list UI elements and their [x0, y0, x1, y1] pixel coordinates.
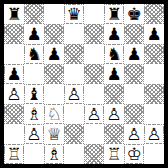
white-pawn-piece: ♙ — [5, 85, 23, 103]
square-c5[interactable] — [44, 64, 64, 84]
square-f3[interactable]: ♙ — [104, 104, 124, 124]
square-d3[interactable] — [64, 104, 84, 124]
black-pawn-piece: ♟ — [45, 45, 63, 63]
square-d4[interactable]: ♙ — [64, 84, 84, 104]
black-pawn-piece: ♟ — [5, 65, 23, 83]
black-pawn-piece: ♟ — [105, 25, 123, 43]
square-a7[interactable] — [4, 24, 24, 44]
square-a2[interactable] — [4, 124, 24, 144]
square-f1[interactable]: ♖ — [104, 144, 124, 164]
square-h8[interactable] — [144, 4, 164, 24]
square-g2[interactable]: ♙ — [124, 124, 144, 144]
square-g4[interactable] — [124, 84, 144, 104]
square-h1[interactable] — [144, 144, 164, 164]
square-a3[interactable] — [4, 104, 24, 124]
white-bishop-piece: ♗ — [25, 105, 43, 123]
square-h5[interactable] — [144, 64, 164, 84]
chess-diagram: ♜♛♜♚♟♟♟♞♟♞♟♟♟♙♝♙♗♘♙♙♙♕♙♙♖♗♖♔ — [0, 0, 168, 168]
square-d8[interactable]: ♛ — [64, 4, 84, 24]
black-knight-piece: ♞ — [25, 45, 43, 63]
white-pawn-piece: ♙ — [145, 125, 163, 143]
square-d1[interactable] — [64, 144, 84, 164]
black-pawn-piece: ♟ — [125, 45, 143, 63]
square-f5[interactable]: ♟ — [104, 64, 124, 84]
square-f2[interactable] — [104, 124, 124, 144]
square-e6[interactable] — [84, 44, 104, 64]
square-b8[interactable] — [24, 4, 44, 24]
white-pawn-piece: ♙ — [105, 105, 123, 123]
square-b1[interactable] — [24, 144, 44, 164]
black-pawn-piece: ♟ — [25, 25, 43, 43]
black-pawn-piece: ♟ — [145, 25, 163, 43]
square-a6[interactable] — [4, 44, 24, 64]
square-g8[interactable]: ♚ — [124, 4, 144, 24]
square-e5[interactable] — [84, 64, 104, 84]
square-e4[interactable] — [84, 84, 104, 104]
square-f4[interactable] — [104, 84, 124, 104]
square-d6[interactable] — [64, 44, 84, 64]
square-d7[interactable] — [64, 24, 84, 44]
square-g6[interactable]: ♟ — [124, 44, 144, 64]
white-pawn-piece: ♙ — [85, 105, 103, 123]
black-king-piece: ♚ — [125, 5, 143, 23]
square-g7[interactable] — [124, 24, 144, 44]
square-g5[interactable] — [124, 64, 144, 84]
black-queen-piece: ♛ — [65, 5, 83, 23]
square-e2[interactable] — [84, 124, 104, 144]
white-pawn-piece: ♙ — [125, 125, 143, 143]
square-d2[interactable] — [64, 124, 84, 144]
square-a8[interactable]: ♜ — [4, 4, 24, 24]
square-c6[interactable]: ♟ — [44, 44, 64, 64]
square-f8[interactable]: ♜ — [104, 4, 124, 24]
square-b3[interactable]: ♗ — [24, 104, 44, 124]
square-c8[interactable] — [44, 4, 64, 24]
square-b2[interactable]: ♙ — [24, 124, 44, 144]
square-c4[interactable] — [44, 84, 64, 104]
white-knight-piece: ♘ — [45, 105, 63, 123]
square-b6[interactable]: ♞ — [24, 44, 44, 64]
square-c1[interactable]: ♗ — [44, 144, 64, 164]
square-h4[interactable] — [144, 84, 164, 104]
square-h6[interactable] — [144, 44, 164, 64]
chess-board: ♜♛♜♚♟♟♟♞♟♞♟♟♟♙♝♙♗♘♙♙♙♕♙♙♖♗♖♔ — [0, 0, 168, 168]
square-c2[interactable]: ♕ — [44, 124, 64, 144]
square-a1[interactable]: ♖ — [4, 144, 24, 164]
square-h3[interactable] — [144, 104, 164, 124]
square-e7[interactable] — [84, 24, 104, 44]
square-b4[interactable]: ♝ — [24, 84, 44, 104]
square-h2[interactable]: ♙ — [144, 124, 164, 144]
square-e1[interactable] — [84, 144, 104, 164]
square-c7[interactable] — [44, 24, 64, 44]
square-g1[interactable]: ♔ — [124, 144, 144, 164]
white-bishop-piece: ♗ — [45, 145, 63, 163]
square-e3[interactable]: ♙ — [84, 104, 104, 124]
white-rook-piece: ♖ — [105, 145, 123, 163]
black-rook-piece: ♜ — [105, 5, 123, 23]
square-f7[interactable]: ♟ — [104, 24, 124, 44]
black-bishop-piece: ♝ — [25, 85, 43, 103]
white-king-piece: ♔ — [125, 145, 143, 163]
white-pawn-piece: ♙ — [25, 125, 43, 143]
black-pawn-piece: ♟ — [105, 65, 123, 83]
square-d5[interactable] — [64, 64, 84, 84]
white-rook-piece: ♖ — [5, 145, 23, 163]
square-b7[interactable]: ♟ — [24, 24, 44, 44]
square-g3[interactable] — [124, 104, 144, 124]
square-h7[interactable]: ♟ — [144, 24, 164, 44]
square-a4[interactable]: ♙ — [4, 84, 24, 104]
square-b5[interactable] — [24, 64, 44, 84]
white-queen-piece: ♕ — [45, 125, 63, 143]
square-e8[interactable] — [84, 4, 104, 24]
square-c3[interactable]: ♘ — [44, 104, 64, 124]
square-a5[interactable]: ♟ — [4, 64, 24, 84]
square-f6[interactable]: ♞ — [104, 44, 124, 64]
white-pawn-piece: ♙ — [65, 85, 83, 103]
black-rook-piece: ♜ — [5, 5, 23, 23]
black-knight-piece: ♞ — [105, 45, 123, 63]
